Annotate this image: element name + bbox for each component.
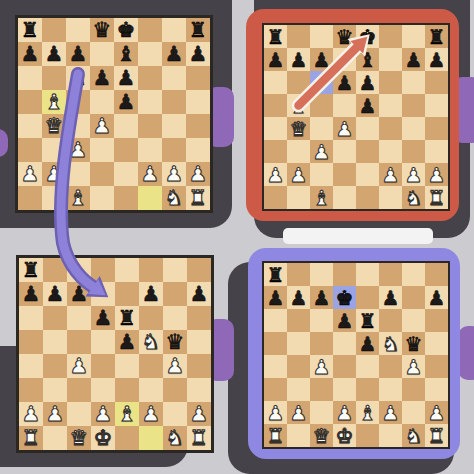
square-b5[interactable] (43, 330, 67, 354)
square-h3[interactable] (425, 378, 448, 401)
purple-tab-right-bottom (458, 326, 474, 380)
square-d7[interactable] (91, 282, 115, 306)
square-b3[interactable] (287, 378, 310, 401)
square-d1[interactable]: ♚ (333, 424, 356, 447)
square-e1[interactable] (115, 426, 139, 450)
square-b6[interactable] (287, 309, 310, 332)
square-a1[interactable] (264, 186, 287, 209)
square-d1[interactable] (333, 186, 356, 209)
square-f2[interactable]: ♟ (379, 401, 402, 424)
square-e4[interactable] (356, 117, 379, 140)
square-f8[interactable] (139, 258, 163, 282)
piece-black-P: ♟ (45, 44, 64, 65)
square-b7[interactable]: ♟ (287, 286, 310, 309)
square-c2[interactable] (66, 162, 90, 186)
square-f7[interactable] (138, 42, 162, 66)
square-a6[interactable] (264, 309, 287, 332)
square-g6[interactable] (402, 71, 425, 94)
piece-white-B: ♝ (313, 188, 331, 208)
square-c5[interactable] (310, 94, 333, 117)
square-h2[interactable]: ♟ (186, 162, 210, 186)
square-g1[interactable]: ♞ (402, 424, 425, 447)
square-e1[interactable] (114, 186, 138, 210)
square-h1[interactable]: ♜ (187, 426, 211, 450)
piece-white-R: ♜ (428, 188, 446, 208)
square-b7[interactable]: ♟ (287, 48, 310, 71)
square-e1[interactable] (356, 186, 379, 209)
square-a3[interactable] (264, 140, 287, 163)
square-c2[interactable] (67, 402, 91, 426)
square-g5[interactable] (162, 90, 186, 114)
square-a4[interactable] (19, 354, 43, 378)
square-e8[interactable] (115, 258, 139, 282)
square-g3[interactable] (163, 378, 187, 402)
piece-black-P: ♟ (142, 284, 161, 305)
square-e3[interactable] (356, 140, 379, 163)
square-e7[interactable]: ♝ (356, 48, 379, 71)
square-f8[interactable] (379, 263, 402, 286)
square-d6[interactable]: ♟ (91, 306, 115, 330)
square-g3[interactable] (402, 378, 425, 401)
square-h5[interactable] (187, 330, 211, 354)
square-h2[interactable]: ♟ (425, 401, 448, 424)
square-b1[interactable] (42, 186, 66, 210)
square-b5[interactable]: ♝ (42, 90, 66, 114)
square-g8[interactable] (402, 263, 425, 286)
square-e5[interactable]: ♟ (356, 94, 379, 117)
square-d5[interactable] (90, 90, 114, 114)
square-d1[interactable]: ♚ (91, 426, 115, 450)
square-d4[interactable]: ♟ (333, 117, 356, 140)
square-a8[interactable]: ♜ (19, 258, 43, 282)
square-h3[interactable] (425, 140, 448, 163)
square-b7[interactable]: ♟ (42, 42, 66, 66)
square-d3[interactable] (91, 378, 115, 402)
square-c2[interactable] (310, 401, 333, 424)
square-d5[interactable] (333, 332, 356, 355)
square-g2[interactable] (163, 402, 187, 426)
square-g6[interactable] (162, 66, 186, 90)
square-f7[interactable]: ♟ (139, 282, 163, 306)
piece-white-B: ♝ (45, 92, 64, 113)
square-a4[interactable] (264, 355, 287, 378)
square-b4[interactable]: ♛ (287, 117, 310, 140)
square-f4[interactable] (139, 354, 163, 378)
square-b5[interactable] (287, 332, 310, 355)
square-c6[interactable] (310, 71, 333, 94)
square-g3[interactable] (162, 138, 186, 162)
square-c1[interactable]: ♛ (67, 426, 91, 450)
square-d8[interactable] (91, 258, 115, 282)
square-b6[interactable] (43, 306, 67, 330)
square-f4[interactable] (379, 355, 402, 378)
square-h7[interactable]: ♟ (187, 282, 211, 306)
square-d6[interactable]: ♟ (90, 66, 114, 90)
square-e3[interactable] (356, 378, 379, 401)
piece-white-P: ♟ (267, 403, 285, 423)
square-e2[interactable] (356, 163, 379, 186)
square-g7[interactable]: ♟ (402, 48, 425, 71)
square-a6[interactable] (264, 71, 287, 94)
square-b8[interactable] (43, 258, 67, 282)
square-b7[interactable]: ♟ (43, 282, 67, 306)
square-b4[interactable] (287, 355, 310, 378)
square-f6[interactable] (138, 66, 162, 90)
square-b8[interactable] (287, 263, 310, 286)
piece-black-P: ♟ (22, 284, 41, 305)
square-c5[interactable] (310, 332, 333, 355)
square-h5[interactable] (186, 90, 210, 114)
square-e8[interactable] (356, 263, 379, 286)
board-top-right[interactable]: ♜♛♚♜♟♟♟♝♟♟♟♟♝♟♛♟♟♟♟♟♟♟♝♞♜ (262, 23, 450, 211)
square-b1[interactable] (287, 186, 310, 209)
piece-black-P: ♟ (290, 50, 308, 70)
square-e1[interactable] (356, 424, 379, 447)
square-f2[interactable]: ♟ (379, 163, 402, 186)
square-c3[interactable]: ♟ (66, 138, 90, 162)
piece-black-P: ♟ (290, 288, 308, 308)
board-bottom-right[interactable]: ♜♟♟♟♚♟♟♟♜♟♞♛♟♟♟♟♟♝♟♟♜♛♚♞♜ (262, 261, 450, 449)
square-h4[interactable] (425, 355, 448, 378)
square-a5[interactable] (264, 94, 287, 117)
piece-white-N: ♞ (165, 188, 184, 209)
piece-black-Q: ♛ (336, 27, 354, 47)
square-g3[interactable] (402, 140, 425, 163)
square-g4[interactable] (402, 117, 425, 140)
piece-white-B: ♝ (118, 404, 137, 425)
square-f7[interactable]: ♟ (379, 286, 402, 309)
square-g7[interactable]: ♟ (162, 42, 186, 66)
square-a8[interactable]: ♜ (264, 25, 287, 48)
square-d2[interactable]: ♟ (91, 402, 115, 426)
piece-black-K: ♚ (359, 27, 377, 47)
piece-white-P: ♟ (428, 403, 446, 423)
piece-black-P: ♟ (189, 44, 208, 65)
square-g8[interactable] (402, 25, 425, 48)
square-d3[interactable] (90, 138, 114, 162)
square-g7[interactable] (163, 282, 187, 306)
square-a3[interactable] (18, 138, 42, 162)
square-b3[interactable] (287, 140, 310, 163)
square-f2[interactable]: ♟ (139, 402, 163, 426)
square-d6[interactable]: ♟ (333, 309, 356, 332)
square-g5[interactable]: ♛ (163, 330, 187, 354)
piece-white-R: ♜ (428, 426, 446, 446)
square-h6[interactable] (425, 71, 448, 94)
square-b6[interactable] (42, 66, 66, 90)
square-b5[interactable]: ♝ (287, 94, 310, 117)
square-e5[interactable]: ♟ (356, 332, 379, 355)
square-c3[interactable] (310, 378, 333, 401)
square-c4[interactable]: ♟ (67, 354, 91, 378)
square-d8[interactable] (333, 263, 356, 286)
square-g2[interactable]: ♟ (162, 162, 186, 186)
square-f8[interactable] (138, 18, 162, 42)
square-g2[interactable] (402, 401, 425, 424)
square-c4[interactable] (66, 114, 90, 138)
square-e7[interactable] (356, 286, 379, 309)
square-f5[interactable] (379, 94, 402, 117)
square-b2[interactable]: ♟ (43, 402, 67, 426)
square-c1[interactable]: ♝ (310, 186, 333, 209)
square-h6[interactable] (186, 66, 210, 90)
board-bottom-left[interactable]: ♜♟♟♟♟♟♟♜♟♞♛♟♟♟♟♟♝♟♟♜♛♚♞♜ (16, 255, 214, 453)
square-d2[interactable] (333, 163, 356, 186)
square-h1[interactable]: ♜ (425, 186, 448, 209)
square-f3[interactable] (139, 378, 163, 402)
square-d5[interactable] (333, 94, 356, 117)
square-h5[interactable] (425, 94, 448, 117)
square-c6[interactable]: ♞ (66, 66, 90, 90)
square-d7[interactable]: ♚ (333, 286, 356, 309)
square-d8[interactable]: ♛ (90, 18, 114, 42)
square-h2[interactable]: ♟ (425, 163, 448, 186)
square-c7[interactable]: ♟ (310, 48, 333, 71)
piece-black-R: ♜ (428, 27, 446, 47)
piece-white-P: ♟ (70, 356, 89, 377)
square-h1[interactable]: ♜ (425, 424, 448, 447)
square-d2[interactable] (90, 162, 114, 186)
board-top-left[interactable]: ♜♛♚♜♟♟♟♝♟♟♞♟♟♝♟♛♟♟♟♟♟♟♟♝♞♜ (15, 15, 213, 213)
square-g4[interactable] (162, 114, 186, 138)
square-e2[interactable] (114, 162, 138, 186)
square-g7[interactable] (402, 286, 425, 309)
square-e8[interactable]: ♚ (114, 18, 138, 42)
piece-black-P: ♟ (21, 44, 40, 65)
square-f5[interactable]: ♞ (379, 332, 402, 355)
square-h4[interactable] (186, 114, 210, 138)
piece-white-Q: ♛ (70, 428, 89, 449)
square-d1[interactable] (90, 186, 114, 210)
square-g1[interactable]: ♞ (163, 426, 187, 450)
square-e7[interactable]: ♝ (114, 42, 138, 66)
square-a7[interactable]: ♟ (19, 282, 43, 306)
square-d3[interactable] (333, 378, 356, 401)
square-f2[interactable]: ♟ (138, 162, 162, 186)
square-h4[interactable] (187, 354, 211, 378)
piece-black-B: ♝ (359, 50, 377, 70)
square-c7[interactable]: ♟ (66, 42, 90, 66)
piece-white-P: ♟ (45, 164, 64, 185)
square-c1[interactable]: ♝ (66, 186, 90, 210)
square-f6[interactable] (139, 306, 163, 330)
square-d7[interactable] (90, 42, 114, 66)
square-c3[interactable]: ♟ (310, 140, 333, 163)
square-a8[interactable]: ♜ (18, 18, 42, 42)
piece-white-P: ♟ (166, 356, 185, 377)
square-f3[interactable] (379, 140, 402, 163)
square-f4[interactable] (138, 114, 162, 138)
square-a7[interactable]: ♟ (264, 48, 287, 71)
square-a4[interactable] (18, 114, 42, 138)
square-f5[interactable]: ♞ (139, 330, 163, 354)
square-h5[interactable] (425, 332, 448, 355)
square-b2[interactable]: ♟ (42, 162, 66, 186)
square-e3[interactable] (115, 378, 139, 402)
canvas: ♜♛♚♜♟♟♟♝♟♟♞♟♟♝♟♛♟♟♟♟♟♟♟♝♞♜ ♜♛♚♜♟♟♟♝♟♟♟♟♝… (0, 0, 474, 474)
square-h8[interactable]: ♜ (186, 18, 210, 42)
square-a2[interactable]: ♟ (19, 402, 43, 426)
square-e6[interactable]: ♟ (356, 71, 379, 94)
square-e4[interactable] (115, 354, 139, 378)
square-a8[interactable]: ♜ (264, 263, 287, 286)
square-a5[interactable] (18, 90, 42, 114)
square-f4[interactable] (379, 117, 402, 140)
square-a5[interactable] (264, 332, 287, 355)
square-c1[interactable]: ♛ (310, 424, 333, 447)
square-h7[interactable]: ♟ (425, 48, 448, 71)
square-c7[interactable]: ♟ (67, 282, 91, 306)
square-a4[interactable] (264, 117, 287, 140)
square-f6[interactable] (379, 309, 402, 332)
square-e2[interactable]: ♝ (356, 401, 379, 424)
square-d5[interactable] (91, 330, 115, 354)
square-e3[interactable] (114, 138, 138, 162)
square-f1[interactable] (139, 426, 163, 450)
square-h7[interactable]: ♟ (186, 42, 210, 66)
square-a2[interactable]: ♟ (18, 162, 42, 186)
square-b2[interactable]: ♟ (287, 401, 310, 424)
square-f3[interactable] (379, 378, 402, 401)
square-h8[interactable] (425, 263, 448, 286)
square-a7[interactable]: ♟ (18, 42, 42, 66)
square-e4[interactable] (356, 355, 379, 378)
square-d3[interactable] (333, 140, 356, 163)
piece-black-P: ♟ (69, 44, 88, 65)
square-g4[interactable]: ♟ (402, 355, 425, 378)
piece-white-P: ♟ (290, 165, 308, 185)
square-b8[interactable] (287, 25, 310, 48)
square-d7[interactable] (333, 48, 356, 71)
square-c6[interactable] (310, 309, 333, 332)
square-c4[interactable]: ♟ (310, 355, 333, 378)
square-b2[interactable]: ♟ (287, 163, 310, 186)
square-f7[interactable] (379, 48, 402, 71)
square-a6[interactable] (18, 66, 42, 90)
square-e6[interactable]: ♜ (115, 306, 139, 330)
square-b1[interactable] (287, 424, 310, 447)
square-h7[interactable]: ♟ (425, 286, 448, 309)
square-g1[interactable]: ♞ (402, 186, 425, 209)
square-a1[interactable]: ♜ (264, 424, 287, 447)
square-e5[interactable]: ♟ (114, 90, 138, 114)
square-f3[interactable] (138, 138, 162, 162)
piece-black-N: ♞ (69, 68, 88, 89)
square-b6[interactable] (287, 71, 310, 94)
square-c8[interactable] (310, 263, 333, 286)
piece-black-R: ♜ (267, 27, 285, 47)
piece-white-P: ♟ (165, 164, 184, 185)
piece-black-R: ♜ (118, 308, 137, 329)
square-f5[interactable] (138, 90, 162, 114)
piece-white-P: ♟ (336, 403, 354, 423)
square-f1[interactable] (379, 424, 402, 447)
square-g1[interactable]: ♞ (162, 186, 186, 210)
square-c5[interactable] (66, 90, 90, 114)
square-c2[interactable] (310, 163, 333, 186)
square-c8[interactable] (310, 25, 333, 48)
square-a1[interactable] (18, 186, 42, 210)
square-a5[interactable] (19, 330, 43, 354)
square-a3[interactable] (264, 378, 287, 401)
square-b3[interactable] (42, 138, 66, 162)
square-e6[interactable]: ♜ (356, 309, 379, 332)
square-h4[interactable] (425, 117, 448, 140)
square-h3[interactable] (187, 378, 211, 402)
square-c6[interactable] (67, 306, 91, 330)
square-h1[interactable]: ♜ (186, 186, 210, 210)
square-h6[interactable] (187, 306, 211, 330)
square-d4[interactable] (333, 355, 356, 378)
square-e5[interactable]: ♟ (115, 330, 139, 354)
piece-black-P: ♟ (382, 288, 400, 308)
square-g5[interactable]: ♛ (402, 332, 425, 355)
square-f8[interactable] (379, 25, 402, 48)
square-b4[interactable]: ♛ (42, 114, 66, 138)
piece-white-P: ♟ (22, 404, 41, 425)
piece-white-P: ♟ (94, 404, 113, 425)
square-c5[interactable] (67, 330, 91, 354)
square-c8[interactable] (67, 258, 91, 282)
square-e7[interactable] (115, 282, 139, 306)
square-b1[interactable] (43, 426, 67, 450)
square-d4[interactable] (91, 354, 115, 378)
square-e8[interactable]: ♚ (356, 25, 379, 48)
piece-black-R: ♜ (22, 260, 41, 281)
square-c3[interactable] (67, 378, 91, 402)
square-e4[interactable] (114, 114, 138, 138)
square-a7[interactable]: ♟ (264, 286, 287, 309)
square-g4[interactable]: ♟ (163, 354, 187, 378)
square-h6[interactable] (425, 309, 448, 332)
square-h8[interactable]: ♜ (425, 25, 448, 48)
square-a3[interactable] (19, 378, 43, 402)
square-g8[interactable] (163, 258, 187, 282)
square-c7[interactable]: ♟ (310, 286, 333, 309)
square-g5[interactable] (402, 94, 425, 117)
square-h8[interactable] (187, 258, 211, 282)
square-e6[interactable]: ♟ (114, 66, 138, 90)
square-g8[interactable] (162, 18, 186, 42)
square-g6[interactable] (163, 306, 187, 330)
square-f6[interactable] (379, 71, 402, 94)
square-h3[interactable] (186, 138, 210, 162)
piece-white-R: ♜ (190, 428, 209, 449)
piece-white-N: ♞ (405, 188, 423, 208)
square-h2[interactable]: ♟ (187, 402, 211, 426)
square-e2[interactable]: ♝ (115, 402, 139, 426)
square-c8[interactable] (66, 18, 90, 42)
square-g6[interactable] (402, 309, 425, 332)
square-f1[interactable] (379, 186, 402, 209)
square-a6[interactable] (19, 306, 43, 330)
piece-white-P: ♟ (141, 164, 160, 185)
square-a2[interactable]: ♟ (264, 401, 287, 424)
square-d8[interactable]: ♛ (333, 25, 356, 48)
square-b3[interactable] (43, 378, 67, 402)
square-g2[interactable]: ♟ (402, 163, 425, 186)
piece-white-R: ♜ (267, 426, 285, 446)
square-d6[interactable]: ♟ (333, 71, 356, 94)
square-d4[interactable]: ♟ (90, 114, 114, 138)
square-c4[interactable] (310, 117, 333, 140)
square-b8[interactable] (42, 18, 66, 42)
square-d2[interactable]: ♟ (333, 401, 356, 424)
square-a1[interactable]: ♜ (19, 426, 43, 450)
square-f1[interactable] (138, 186, 162, 210)
square-b4[interactable] (43, 354, 67, 378)
square-a2[interactable]: ♟ (264, 163, 287, 186)
